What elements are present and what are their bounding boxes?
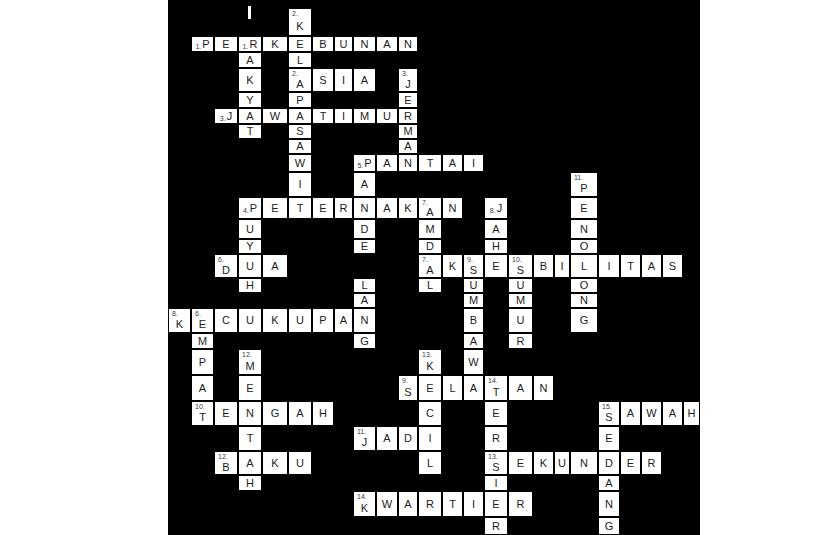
cell-letter: Y [246,241,253,252]
cell-r13-c3[interactable]: U [238,254,262,278]
cell-r11-c18[interactable]: N [570,219,598,239]
cell-letter: K [271,458,278,469]
cell-letter: R [340,203,348,214]
cell-r5-c9[interactable]: U [376,108,398,124]
cell-r21-c10[interactable]: D [398,426,418,451]
cell-r15-c8[interactable]: A [353,293,376,308]
cell-r25-c14[interactable]: R [484,517,508,535]
cell-letter: E [404,95,411,106]
cell-r16-c13[interactable]: B [463,308,484,333]
cell-letter: W [468,357,478,368]
cell-letter: R [517,336,525,347]
cell-letter: T [427,158,434,169]
cell-r16-c1[interactable]: 6.E [191,308,214,333]
cell-r23-c3[interactable]: H [238,475,262,491]
cell-letter: L [449,383,455,394]
cell-r19-c3[interactable]: E [238,375,262,401]
cell-letter: E [627,458,634,469]
cell-r3-c3[interactable]: K [238,68,262,92]
cell-r22-c21[interactable]: R [641,451,662,475]
cell-r14-c11[interactable]: L [418,278,442,293]
cell-letter: S [517,265,524,276]
cell-letter: J [405,79,411,90]
cell-letter: P [202,39,209,50]
cell-r20-c11[interactable]: C [418,401,442,426]
cell-letter: A [296,141,303,152]
cell-r13-c16[interactable]: B [533,254,554,278]
cell-r22-c15[interactable]: E [508,451,533,475]
cell-letter: H [246,478,254,489]
cell-r21-c14[interactable]: R [484,426,508,451]
cell-letter-wrap: D [215,263,237,277]
cell-r3-c10[interactable]: 3.J [398,68,418,92]
cell-r1-c6[interactable]: B [312,36,334,52]
cell-letter: B [540,261,547,272]
cell-letter-wrap: A [419,206,441,218]
cell-letter: N [580,295,588,306]
cell-letter: I [428,433,431,444]
cell-letter: K [176,319,183,330]
clue-number: 7. [419,255,441,263]
cell-r22-c2[interactable]: 12.B [214,451,238,475]
cell-letter: A [383,158,390,169]
cell-r10-c7[interactable]: R [334,197,353,219]
cell-letter: A [426,265,433,276]
cell-r2-c3[interactable]: A [238,52,262,68]
cell-r24-c19[interactable]: N [598,491,620,517]
cell-letter: A [648,261,655,272]
cell-letter: A [605,478,612,489]
cell-r20-c5[interactable]: A [288,401,312,426]
cell-r8-c9[interactable]: A [376,154,398,172]
cell-r19-c1[interactable]: A [191,375,214,401]
document-page: { "game": "crossword (teka-teki silang, … [0,0,819,535]
cell-r10-c4[interactable]: E [262,197,288,219]
cell-letter: U [296,458,304,469]
cell-r16-c5[interactable]: U [288,308,312,333]
cell-r14-c13[interactable]: U [463,278,484,293]
cell-letter: D [361,224,369,235]
cell-letter: U [517,280,525,291]
cell-r10-c14[interactable]: 8.J [484,197,508,219]
cell-r12-c8[interactable]: E [353,239,376,254]
cell-letter: K [296,21,303,32]
cell-letter: M [516,295,525,306]
clue-number: 3. [220,115,226,122]
cell-r13-c20[interactable]: T [620,254,641,278]
cell-r4-c3[interactable]: Y [238,92,262,108]
cell-r14-c15[interactable]: U [508,278,533,293]
cell-r13-c2[interactable]: 6.D [214,254,238,278]
cell-letter: R [492,433,500,444]
cell-r22-c18[interactable]: N [570,451,598,475]
cell-r24-c14[interactable]: E [484,491,508,517]
cell-r13-c12[interactable]: K [442,254,463,278]
cell-letter-wrap: M [239,358,261,374]
cell-r16-c0[interactable]: 8.K [168,308,191,333]
cell-letter: R [648,458,656,469]
cell-r24-c8[interactable]: 14.K [353,491,376,517]
cell-letter: U [296,315,304,326]
cell-r13-c4[interactable]: A [262,254,288,278]
cell-r16-c3[interactable]: U [238,308,262,333]
cell-letter: G [580,315,589,326]
cell-letter: A [340,315,347,326]
cell-letter: T [247,433,254,444]
cell-letter-wrap: K [354,500,375,516]
cell-letter: A [246,111,253,122]
cell-r9-c18[interactable]: 11.P [570,172,598,197]
cell-r11-c14[interactable]: A [484,219,508,239]
cell-r1-c3[interactable]: 1.R [238,36,262,52]
clue-number: 10. [509,255,532,263]
cell-r5-c8[interactable]: M [353,108,376,124]
cell-r16-c4[interactable]: K [262,308,288,333]
cell-r20-c1[interactable]: 10.T [191,401,214,426]
cell-r19-c11[interactable]: E [418,375,442,401]
cell-letter: A [271,261,278,272]
cell-letter: A [296,408,303,419]
cell-letter: J [497,203,503,214]
cell-r20-c21[interactable]: W [641,401,662,426]
cell-r16-c8[interactable]: N [353,308,376,333]
cell-letter: D [222,265,230,276]
cell-r24-c11[interactable]: R [418,491,442,517]
cell-r25-c19[interactable]: G [598,517,620,535]
cell-r10-c12[interactable]: N [442,197,463,219]
cell-letter: E [517,458,524,469]
cell-letter-wrap: T [192,410,213,425]
cell-r17-c8[interactable]: G [353,333,376,349]
cell-letter: L [427,280,433,291]
clue-number: 14. [354,492,375,500]
cell-r7-c5[interactable]: A [288,139,312,154]
cell-letter: G [360,336,369,347]
cell-r10-c18[interactable]: E [570,197,598,219]
cell-letter: T [199,412,206,423]
cell-r3-c6[interactable]: S [312,68,334,92]
cell-letter-wrap: B [215,460,237,474]
cell-r13-c22[interactable]: S [662,254,683,278]
cell-r10-c3[interactable]: 4.P [238,197,262,219]
cell-r2-c5[interactable]: L [288,52,312,68]
cell-letter: A [470,336,477,347]
cell-letter: A [426,207,433,218]
cell-r5-c6[interactable]: T [312,108,334,124]
cell-letter: L [581,261,587,272]
cell-r1-c8[interactable]: N [353,36,376,52]
cell-r22-c3[interactable]: A [238,451,262,475]
cell-letter: I [494,478,497,489]
cell-letter: R [249,39,257,50]
clue-number: 13. [485,452,507,460]
clue-number: 1. [243,43,249,50]
cell-letter: P [250,203,257,214]
cell-r12-c18[interactable]: O [570,239,598,254]
cell-letter: M [403,126,412,137]
cell-r16-c7[interactable]: A [334,308,353,333]
cell-letter: A [627,408,634,419]
cell-r22-c4[interactable]: K [262,451,288,475]
cell-r20-c3[interactable]: N [238,401,262,426]
cell-r3-c8[interactable]: A [353,68,376,92]
cell-r11-c11[interactable]: M [418,219,442,239]
cell-r7-c10[interactable]: A [398,139,418,154]
cell-r15-c13[interactable]: M [463,293,484,308]
cell-r18-c13[interactable]: W [463,349,484,375]
cell-r19-c14[interactable]: 14.T [484,375,508,401]
cell-letter: E [492,261,499,272]
cell-letter: K [404,203,411,214]
cell-r1-c7[interactable]: U [334,36,353,52]
cell-letter: H [492,241,500,252]
cell-r22-c5[interactable]: U [288,451,312,475]
cell-r22-c16[interactable]: K [533,451,554,475]
cell-letter: G [271,408,280,419]
cell-r16-c18[interactable]: G [570,308,598,333]
cell-r8-c13[interactable]: I [463,154,484,172]
cell-r10-c11[interactable]: 7.A [418,197,442,219]
cell-letter: I [472,499,475,510]
cell-r5-c10[interactable]: R [398,108,418,124]
cell-r14-c18[interactable]: O [570,278,598,293]
cell-r13-c18[interactable]: L [570,254,598,278]
cell-r5-c5[interactable]: A [288,108,312,124]
cell-r20-c6[interactable]: H [312,401,334,426]
cell-letter: N [404,158,412,169]
cell-r23-c14[interactable]: I [484,475,508,491]
cell-r6-c5[interactable]: S [288,124,312,139]
cell-letter: K [449,261,456,272]
cell-r24-c12[interactable]: T [442,491,463,517]
cell-r9-c8[interactable]: A [353,172,376,197]
clue-number: 1. [195,43,201,50]
cell-letter: I [298,179,301,190]
cell-letter: A [383,203,390,214]
cell-letter: U [517,315,525,326]
cell-letter: A [246,55,253,66]
cell-letter: U [383,111,391,122]
cell-letter: S [404,387,411,398]
cell-letter: A [404,499,411,510]
cell-letter: A [669,408,676,419]
cell-r5-c3[interactable]: A [238,108,262,124]
clue-number: 8. [169,309,190,317]
cell-r21-c8[interactable]: 11.J [353,426,376,451]
cell-r20-c22[interactable]: A [662,401,683,426]
cell-letter: E [605,433,612,444]
cell-r20-c23[interactable]: H [683,401,700,426]
clue-number: 5. [357,162,363,169]
cell-r8-c12[interactable]: A [442,154,463,172]
cell-r1-c10[interactable]: N [398,36,418,52]
cell-letter: N [404,39,412,50]
cell-letter: D [426,241,434,252]
cell-r21-c3[interactable]: T [238,426,262,451]
cell-r10-c8[interactable]: N [353,197,376,219]
cell-letter: S [492,462,499,473]
cell-letter-wrap: S [509,263,532,277]
cell-r17-c13[interactable]: A [463,333,484,349]
cell-letter-wrap: S [464,263,483,277]
cell-r18-c11[interactable]: 13.K [418,349,442,375]
cell-letter-wrap: K [169,317,190,332]
cell-letter: W [295,158,305,169]
cell-r4-c10[interactable]: E [398,92,418,108]
cell-r10-c9[interactable]: A [376,197,398,219]
cell-letter: L [297,55,303,66]
cell-r10-c10[interactable]: K [398,197,418,219]
cell-r15-c18[interactable]: N [570,293,598,308]
cell-r5-c4[interactable]: W [262,108,288,124]
cell-r22-c14[interactable]: 13.S [484,451,508,475]
cell-r1-c5[interactable]: E [288,36,312,52]
cell-letter: P [199,357,206,368]
cell-r24-c10[interactable]: A [398,491,418,517]
clue-number: 9. [399,376,417,384]
cell-r1-c9[interactable]: A [376,36,398,52]
cell-letter: A [361,75,368,86]
cell-letter: A [296,79,303,90]
cell-r14-c3[interactable]: H [238,278,262,293]
cell-r19-c10[interactable]: 9.S [398,375,418,401]
cell-r10-c6[interactable]: E [312,197,334,219]
cell-r20-c20[interactable]: A [620,401,641,426]
cell-r18-c1[interactable]: P [191,349,214,375]
cell-r20-c2[interactable]: E [214,401,238,426]
cell-r11-c8[interactable]: D [353,219,376,239]
cell-letter: B [470,315,477,326]
cell-r10-c5[interactable]: T [288,197,312,219]
cell-letter: A [404,141,411,152]
cell-letter: I [560,261,563,272]
cell-letter: N [605,499,613,510]
cell-r22-c19[interactable]: D [598,451,620,475]
cell-letter: A [383,39,390,50]
cell-r1-c2[interactable]: E [214,36,238,52]
clue-number: 4. [243,207,249,214]
cell-r11-c3[interactable]: U [238,219,262,239]
cell-r16-c6[interactable]: P [312,308,334,333]
cell-r8-c5[interactable]: W [288,154,312,172]
cell-r17-c15[interactable]: R [508,333,533,349]
clue-number: 12. [239,350,261,358]
cell-letter: B [319,39,326,50]
cell-letter: J [227,111,233,122]
cell-r13-c19[interactable]: I [598,254,620,278]
cell-letter: I [472,158,475,169]
cell-r8-c10[interactable]: N [398,154,418,172]
cell-r21-c9[interactable]: A [376,426,398,451]
cell-r14-c8[interactable]: L [353,278,376,293]
cell-r18-c3[interactable]: 12.M [238,349,262,375]
cell-letter: T [297,203,304,214]
cell-r19-c16[interactable]: N [533,375,554,401]
cell-letter: A [199,383,206,394]
cell-r16-c2[interactable]: C [214,308,238,333]
cell-letter: U [246,315,254,326]
cell-r23-c19[interactable]: A [598,475,620,491]
cell-letter: P [364,158,371,169]
cell-r3-c5[interactable]: 2.A [288,68,312,92]
cell-r22-c20[interactable]: E [620,451,641,475]
cell-letter: I [607,261,610,272]
cell-r19-c13[interactable]: A [463,375,484,401]
cell-r13-c15[interactable]: 10.S [508,254,533,278]
cell-r15-c15[interactable]: M [508,293,533,308]
cell-r0-c5[interactable]: 2.K [288,8,312,36]
cell-letter: H [688,408,696,419]
cell-r5-c7[interactable]: I [334,108,353,124]
cell-r19-c12[interactable]: L [442,375,463,401]
cell-letter: K [271,39,278,50]
cell-letter: U [470,280,478,291]
cell-r24-c15[interactable]: R [508,491,533,517]
cell-letter: C [426,408,434,419]
cell-r24-c13[interactable]: I [463,491,484,517]
cell-r5-c2[interactable]: 3.J [214,108,238,124]
cell-r22-c11[interactable]: L [418,451,442,475]
cell-letter: G [605,521,614,532]
cell-r20-c4[interactable]: G [262,401,288,426]
cell-letter: L [427,458,433,469]
cell-letter: M [425,224,434,235]
cell-r21-c19[interactable]: E [598,426,620,451]
cell-r20-c14[interactable]: E [484,401,508,426]
cell-letter: T [320,111,327,122]
cell-r1-c4[interactable]: K [262,36,288,52]
cell-letter: T [493,387,500,398]
cell-r16-c15[interactable]: U [508,308,533,333]
cell-letter: N [361,39,369,50]
cell-letter: E [426,383,433,394]
cell-r8-c8[interactable]: 5.P [353,154,376,172]
cell-r12-c14[interactable]: H [484,239,508,254]
cell-letter: Y [246,95,253,106]
cell-r3-c7[interactable]: I [334,68,353,92]
cell-letter-wrap: K [289,17,311,35]
cell-r12-c3[interactable]: Y [238,239,262,254]
cell-r8-c11[interactable]: T [418,154,442,172]
cell-r6-c10[interactable]: M [398,124,418,139]
cell-letter: E [492,499,499,510]
clue-number: 11. [571,173,597,181]
cell-letter: A [246,458,253,469]
cell-r22-c17[interactable]: U [554,451,570,475]
cell-r21-c11[interactable]: I [418,426,442,451]
cell-r9-c5[interactable]: I [288,172,312,197]
cell-r4-c5[interactable]: P [288,92,312,108]
cell-r13-c13[interactable]: 9.S [463,254,484,278]
cell-letter: B [222,462,229,473]
cell-letter: M [245,361,254,372]
clue-number: 14. [485,376,507,384]
cell-r13-c21[interactable]: A [641,254,662,278]
cell-r13-c14[interactable]: E [484,254,508,278]
cell-r12-c11[interactable]: D [418,239,442,254]
cell-r13-c11[interactable]: 7.A [418,254,442,278]
cell-r1-c1[interactable]: 1.P [191,36,214,52]
clue-number: 15. [599,402,619,410]
cell-r17-c1[interactable]: M [191,333,214,349]
cell-r13-c17[interactable]: I [554,254,570,278]
cell-letter: E [296,39,303,50]
cell-r20-c19[interactable]: 15.S [598,401,620,426]
cell-r19-c15[interactable]: A [508,375,533,401]
cell-r6-c3[interactable]: T [238,124,262,139]
cell-r24-c9[interactable]: W [376,491,398,517]
clue-number: 8. [490,207,496,214]
